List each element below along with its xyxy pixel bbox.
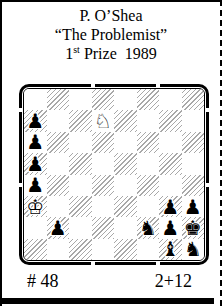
square-b2: ♟ — [47, 217, 70, 238]
square-g6 — [159, 132, 182, 153]
square-h8 — [182, 89, 205, 110]
square-a2 — [24, 217, 47, 238]
square-e3 — [114, 196, 137, 217]
prize-ordinal: st — [73, 44, 80, 55]
square-f3 — [137, 196, 160, 217]
square-a5: ♟ — [24, 153, 47, 174]
square-a8 — [24, 89, 47, 110]
border-notch — [206, 183, 210, 187]
piece-black-pawn: ♟ — [161, 197, 179, 217]
square-f1 — [137, 239, 160, 260]
piece-black-pawn: ♟ — [26, 175, 44, 195]
border-notch — [206, 108, 210, 112]
square-c8 — [69, 89, 92, 110]
border-notch — [18, 108, 22, 112]
square-b6 — [47, 132, 70, 153]
piece-black-pawn: ♟ — [26, 132, 44, 152]
square-h2: ♚ — [182, 217, 205, 238]
chess-board-inner: ♟♘♟♟♟♔♟♟♟♞♟♚♝♞ — [23, 88, 205, 261]
square-b5 — [47, 153, 70, 174]
square-e5 — [114, 153, 137, 174]
author: P. O’Shea — [2, 6, 220, 25]
square-a7: ♟ — [24, 110, 47, 131]
border-notch — [2, 182, 4, 186]
piece-count: 2+12 — [155, 271, 192, 292]
board-grid: ♟♘♟♟♟♔♟♟♟♞♟♚♝♞ — [24, 89, 204, 260]
square-f5 — [137, 153, 160, 174]
border-notch — [156, 262, 160, 266]
square-e7 — [114, 110, 137, 131]
square-c1 — [69, 239, 92, 260]
square-b4 — [47, 175, 70, 196]
border-notch — [91, 262, 95, 266]
square-d6 — [92, 132, 115, 153]
piece-black-knight: ♞ — [139, 218, 157, 238]
square-g3: ♟ — [159, 196, 182, 217]
square-e6 — [114, 132, 137, 153]
piece-black-pawn: ♟ — [26, 154, 44, 174]
square-g1: ♝ — [159, 239, 182, 260]
square-d1 — [92, 239, 115, 260]
bottom-rule — [2, 298, 214, 304]
piece-black-knight: ♞ — [184, 239, 202, 259]
square-b1 — [47, 239, 70, 260]
square-b7 — [47, 110, 70, 131]
piece-white-knight: ♘ — [94, 111, 112, 131]
square-g8 — [159, 89, 182, 110]
square-a6: ♟ — [24, 132, 47, 153]
square-f8 — [137, 89, 160, 110]
square-g2: ♟ — [159, 217, 182, 238]
piece-white-king: ♔ — [26, 197, 44, 217]
square-d5 — [92, 153, 115, 174]
problem-card: P. O’Shea “The Problemist” 1st Prize 198… — [0, 0, 222, 306]
square-g5 — [159, 153, 182, 174]
square-h3: ♟ — [182, 196, 205, 217]
piece-black-pawn: ♟ — [26, 111, 44, 131]
square-h1: ♞ — [182, 239, 205, 260]
piece-black-king: ♚ — [184, 218, 202, 238]
square-c7 — [69, 110, 92, 131]
square-d3 — [92, 196, 115, 217]
square-a1 — [24, 239, 47, 260]
chess-board: ♟♘♟♟♟♔♟♟♟♞♟♚♝♞ — [19, 84, 209, 265]
square-f2: ♞ — [137, 217, 160, 238]
square-f7 — [137, 110, 160, 131]
square-h7 — [182, 110, 205, 131]
header: P. O’Shea “The Problemist” 1st Prize 198… — [2, 6, 220, 63]
square-c3 — [69, 196, 92, 217]
square-e8 — [114, 89, 137, 110]
square-c4 — [69, 175, 92, 196]
square-d2 — [92, 217, 115, 238]
square-a3: ♔ — [24, 196, 47, 217]
square-e1 — [114, 239, 137, 260]
square-h5 — [182, 153, 205, 174]
prize-line: 1st Prize 1989 — [2, 44, 220, 63]
square-g4 — [159, 175, 182, 196]
border-notch — [18, 183, 22, 187]
border-notch — [91, 83, 95, 87]
footer: # 48 2+12 — [2, 271, 220, 292]
square-d7: ♘ — [92, 110, 115, 131]
square-f6 — [137, 132, 160, 153]
square-e4 — [114, 175, 137, 196]
square-h6 — [182, 132, 205, 153]
border-notch — [2, 107, 4, 111]
piece-black-bishop: ♝ — [161, 239, 179, 259]
square-d4 — [92, 175, 115, 196]
stipulation: # 48 — [27, 271, 59, 292]
border-notch — [156, 83, 160, 87]
piece-black-pawn: ♟ — [161, 218, 179, 238]
square-g7 — [159, 110, 182, 131]
piece-black-pawn: ♟ — [49, 218, 67, 238]
square-f4 — [137, 175, 160, 196]
prize-rest: Prize 1989 — [80, 45, 157, 62]
square-a4: ♟ — [24, 175, 47, 196]
square-h4 — [182, 175, 205, 196]
square-b8 — [47, 89, 70, 110]
square-c5 — [69, 153, 92, 174]
square-c2 — [69, 217, 92, 238]
square-b3 — [47, 196, 70, 217]
square-d8 — [92, 89, 115, 110]
square-e2 — [114, 217, 137, 238]
piece-black-pawn: ♟ — [184, 197, 202, 217]
source: “The Problemist” — [2, 25, 220, 44]
square-c6 — [69, 132, 92, 153]
